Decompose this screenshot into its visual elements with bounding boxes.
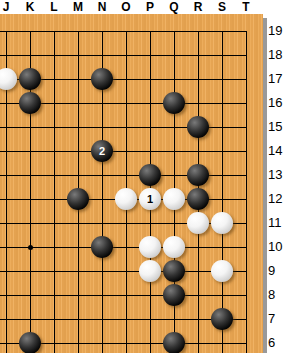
column-label-T: T <box>237 0 255 14</box>
stone-black-R13[interactable] <box>187 164 209 186</box>
stone-white-P10[interactable] <box>139 236 161 258</box>
column-labels: JKLMNOPQRST <box>0 0 284 14</box>
star-point-K10 <box>28 245 33 250</box>
stone-black-K16[interactable] <box>19 92 41 114</box>
stone-white-O12[interactable] <box>115 188 137 210</box>
row-label-10: 10 <box>267 240 284 254</box>
grid-hline-8 <box>0 295 247 296</box>
stone-white-R11[interactable] <box>187 212 209 234</box>
stone-black-M12[interactable] <box>67 188 89 210</box>
column-label-J: J <box>0 0 15 14</box>
stone-black-N14[interactable]: 2 <box>91 140 113 162</box>
row-label-7: 7 <box>267 312 284 326</box>
row-label-12: 12 <box>267 192 284 206</box>
stone-black-N10[interactable] <box>91 236 113 258</box>
stone-black-Q16[interactable] <box>163 92 185 114</box>
grid-hline-14 <box>0 151 247 152</box>
stone-white-Q10[interactable] <box>163 236 185 258</box>
row-label-11: 11 <box>267 216 284 230</box>
stone-black-R12[interactable] <box>187 188 209 210</box>
goban[interactable]: 21 <box>0 14 263 353</box>
grid-vline-L <box>54 31 55 353</box>
column-label-P: P <box>141 0 159 14</box>
stone-black-Q8[interactable] <box>163 284 185 306</box>
stone-white-Q12[interactable] <box>163 188 185 210</box>
stone-black-K17[interactable] <box>19 68 41 90</box>
stone-black-Q6[interactable] <box>163 332 185 353</box>
grid-hline-7 <box>0 319 247 320</box>
stone-black-N17[interactable] <box>91 68 113 90</box>
grid-hline-18 <box>0 55 247 56</box>
move-number-2: 2 <box>99 146 105 157</box>
column-label-K: K <box>21 0 39 14</box>
column-label-S: S <box>213 0 231 14</box>
grid-hline-11 <box>0 223 247 224</box>
stone-white-P12[interactable]: 1 <box>139 188 161 210</box>
row-label-16: 16 <box>267 96 284 110</box>
row-label-13: 13 <box>267 168 284 182</box>
column-label-R: R <box>189 0 207 14</box>
row-label-9: 9 <box>267 264 284 278</box>
stone-black-Q9[interactable] <box>163 260 185 282</box>
row-label-18: 18 <box>267 48 284 62</box>
stone-white-S9[interactable] <box>211 260 233 282</box>
grid-hline-10 <box>0 247 247 248</box>
grid-vline-T <box>246 31 247 353</box>
row-label-17: 17 <box>267 72 284 86</box>
grid-hline-15 <box>0 127 247 128</box>
stone-black-R15[interactable] <box>187 116 209 138</box>
column-label-N: N <box>93 0 111 14</box>
column-label-O: O <box>117 0 135 14</box>
row-label-15: 15 <box>267 120 284 134</box>
grid-hline-19 <box>0 31 247 32</box>
stone-black-K6[interactable] <box>19 332 41 353</box>
row-labels: 191817161514131211109876 <box>267 0 284 353</box>
row-label-19: 19 <box>267 24 284 38</box>
grid-hline-13 <box>0 175 247 176</box>
stone-white-J17[interactable] <box>0 68 17 90</box>
column-label-Q: Q <box>165 0 183 14</box>
move-number-1: 1 <box>147 194 153 205</box>
stone-white-S11[interactable] <box>211 212 233 234</box>
row-label-14: 14 <box>267 144 284 158</box>
column-label-M: M <box>69 0 87 14</box>
column-label-L: L <box>45 0 63 14</box>
grid-vline-S <box>222 31 223 353</box>
row-label-8: 8 <box>267 288 284 302</box>
grid-hline-9 <box>0 271 247 272</box>
stone-black-P13[interactable] <box>139 164 161 186</box>
row-label-6: 6 <box>267 336 284 350</box>
go-diagram-window: JKLMNOPQRST 21 191817161514131211109876 <box>0 0 284 353</box>
stone-black-S7[interactable] <box>211 308 233 330</box>
stone-white-P9[interactable] <box>139 260 161 282</box>
